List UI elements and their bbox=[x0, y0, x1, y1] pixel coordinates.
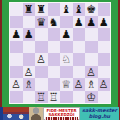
white-rook: ♖ bbox=[49, 91, 59, 104]
square-f6 bbox=[73, 28, 86, 41]
black-rook: ♜ bbox=[36, 3, 46, 16]
black-bishop: ♝ bbox=[61, 3, 71, 16]
square-a1 bbox=[10, 91, 23, 104]
square-a7 bbox=[10, 16, 23, 29]
square-e6: ♟ bbox=[60, 28, 73, 41]
black-queen: ♛ bbox=[36, 16, 46, 29]
square-f2: ♙ bbox=[73, 78, 86, 91]
square-d1: ♖ bbox=[48, 91, 61, 104]
square-a6: ♟ bbox=[10, 28, 23, 41]
ad-fineprint-bar bbox=[45, 117, 78, 120]
square-f7: ♟ bbox=[73, 16, 86, 29]
white-pawn: ♙ bbox=[74, 78, 84, 91]
square-c5 bbox=[35, 41, 48, 54]
white-rook: ♖ bbox=[36, 91, 46, 104]
square-b4 bbox=[23, 53, 36, 66]
square-d5 bbox=[48, 41, 61, 54]
white-pawn: ♙ bbox=[11, 78, 21, 91]
square-b1 bbox=[23, 91, 36, 104]
square-f3 bbox=[73, 66, 86, 79]
square-f8: ♝ bbox=[73, 3, 86, 16]
square-e4: ♘ bbox=[60, 53, 73, 66]
square-g7: ♟ bbox=[85, 16, 98, 29]
square-h3 bbox=[98, 66, 111, 79]
black-king: ♚ bbox=[86, 3, 96, 16]
ad-banner: FIDE-MESTER SAKKEDZŐI sakk-mester blog.h… bbox=[0, 107, 120, 120]
black-rook: ♜ bbox=[24, 3, 34, 16]
square-f5 bbox=[73, 41, 86, 54]
frame-right-maroon-edge bbox=[118, 0, 120, 107]
square-g8: ♚ bbox=[85, 3, 98, 16]
square-e8: ♝ bbox=[60, 3, 73, 16]
black-pawn: ♟ bbox=[61, 28, 71, 41]
square-a3 bbox=[10, 66, 23, 79]
square-b8: ♜ bbox=[23, 3, 36, 16]
black-pawn: ♟ bbox=[74, 16, 84, 29]
square-h5 bbox=[98, 41, 111, 54]
black-pawn: ♟ bbox=[86, 16, 96, 29]
white-queen: ♕ bbox=[61, 78, 71, 91]
square-b7 bbox=[23, 16, 36, 29]
white-knight: ♘ bbox=[61, 53, 71, 66]
square-g1: ♔ bbox=[85, 91, 98, 104]
white-pawn: ♙ bbox=[99, 78, 109, 91]
square-b3: ♙ bbox=[23, 66, 36, 79]
square-h6 bbox=[98, 28, 111, 41]
square-c4: ♙ bbox=[35, 53, 48, 66]
square-h1 bbox=[98, 91, 111, 104]
frame-left-maroon-edge bbox=[0, 0, 2, 107]
white-pawn: ♙ bbox=[24, 66, 34, 79]
square-a4 bbox=[10, 53, 23, 66]
square-c7: ♛ bbox=[35, 16, 48, 29]
ad-line2: SAKKEDZŐI bbox=[44, 113, 79, 117]
square-d3 bbox=[48, 66, 61, 79]
black-pawn: ♟ bbox=[11, 28, 21, 41]
square-d8 bbox=[48, 3, 61, 16]
white-king: ♔ bbox=[86, 91, 96, 104]
white-bishop: ♗ bbox=[24, 78, 34, 91]
chess-scene-photo[interactable] bbox=[3, 107, 29, 120]
square-c6 bbox=[35, 28, 48, 41]
black-pawn: ♟ bbox=[99, 16, 109, 29]
blog-link[interactable]: sakk-mester blog.hu bbox=[80, 107, 120, 120]
square-g6 bbox=[85, 28, 98, 41]
square-b6: ♟ bbox=[23, 28, 36, 41]
blog-domain: blog.hu bbox=[80, 114, 119, 120]
square-a8 bbox=[10, 3, 23, 16]
square-h4 bbox=[98, 53, 111, 66]
white-bishop: ♗ bbox=[86, 78, 96, 91]
ad-text-box[interactable]: FIDE-MESTER SAKKEDZŐI bbox=[43, 107, 80, 120]
square-d4 bbox=[48, 53, 61, 66]
square-c8: ♜ bbox=[35, 3, 48, 16]
board-frame: ♜♜♝♝♚♛♞♟♟♟♟♟♟♙♘♙♙♙♗♕♙♗♙♖♖♔ bbox=[0, 0, 120, 107]
coach-portrait-photo[interactable] bbox=[29, 107, 43, 120]
square-e3 bbox=[60, 66, 73, 79]
square-e7 bbox=[60, 16, 73, 29]
square-a5 bbox=[10, 41, 23, 54]
square-e1 bbox=[60, 91, 73, 104]
black-pawn: ♟ bbox=[24, 28, 34, 41]
square-d7: ♞ bbox=[48, 16, 61, 29]
square-c2 bbox=[35, 78, 48, 91]
square-g3: ♙ bbox=[85, 66, 98, 79]
square-a2: ♙ bbox=[10, 78, 23, 91]
square-f1 bbox=[73, 91, 86, 104]
white-pawn: ♙ bbox=[36, 53, 46, 66]
square-h2: ♙ bbox=[98, 78, 111, 91]
white-pawn: ♙ bbox=[86, 66, 96, 79]
square-c1: ♖ bbox=[35, 91, 48, 104]
black-knight: ♞ bbox=[49, 16, 59, 29]
square-e5 bbox=[60, 41, 73, 54]
square-g4 bbox=[85, 53, 98, 66]
square-b2: ♗ bbox=[23, 78, 36, 91]
square-h7: ♟ bbox=[98, 16, 111, 29]
square-b5 bbox=[23, 41, 36, 54]
square-h8 bbox=[98, 3, 111, 16]
square-e2: ♕ bbox=[60, 78, 73, 91]
chess-blog-widget: ♜♜♝♝♚♛♞♟♟♟♟♟♟♙♘♙♙♙♗♕♙♗♙♖♖♔ FIDE-MESTER S… bbox=[0, 0, 120, 120]
square-d2 bbox=[48, 78, 61, 91]
square-g2: ♗ bbox=[85, 78, 98, 91]
square-c3 bbox=[35, 66, 48, 79]
square-f4 bbox=[73, 53, 86, 66]
black-bishop: ♝ bbox=[74, 3, 84, 16]
square-g5 bbox=[85, 41, 98, 54]
chess-board: ♜♜♝♝♚♛♞♟♟♟♟♟♟♙♘♙♙♙♗♕♙♗♙♖♖♔ bbox=[9, 2, 111, 104]
square-d6 bbox=[48, 28, 61, 41]
